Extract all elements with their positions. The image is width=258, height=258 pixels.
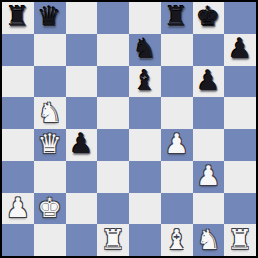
square-g7[interactable]	[193, 34, 225, 66]
square-c5[interactable]	[66, 97, 98, 129]
white-knight[interactable]: ♞	[196, 226, 220, 253]
square-a3[interactable]	[2, 161, 34, 193]
square-f1[interactable]: ♝	[161, 224, 193, 256]
square-h2[interactable]	[224, 193, 256, 225]
square-f2[interactable]	[161, 193, 193, 225]
square-f5[interactable]	[161, 97, 193, 129]
square-g8[interactable]: ♚	[193, 2, 225, 34]
square-a8[interactable]: ♜	[2, 2, 34, 34]
white-pawn[interactable]: ♟	[6, 194, 30, 221]
square-b2[interactable]: ♚	[34, 193, 66, 225]
square-e5[interactable]	[129, 97, 161, 129]
square-a7[interactable]	[2, 34, 34, 66]
white-rook[interactable]: ♜	[228, 226, 252, 253]
square-c6[interactable]	[66, 66, 98, 98]
square-d5[interactable]	[97, 97, 129, 129]
black-knight[interactable]: ♞	[133, 35, 157, 62]
square-c8[interactable]	[66, 2, 98, 34]
square-h6[interactable]	[224, 66, 256, 98]
black-rook[interactable]: ♜	[6, 3, 30, 30]
white-bishop[interactable]: ♝	[165, 226, 189, 253]
white-knight[interactable]: ♞	[38, 99, 62, 126]
square-h3[interactable]	[224, 161, 256, 193]
square-a1[interactable]	[2, 224, 34, 256]
white-king[interactable]: ♚	[38, 194, 62, 221]
black-pawn[interactable]: ♟	[228, 35, 252, 62]
square-e4[interactable]	[129, 129, 161, 161]
square-d4[interactable]	[97, 129, 129, 161]
square-d2[interactable]	[97, 193, 129, 225]
square-f4[interactable]: ♟	[161, 129, 193, 161]
black-pawn[interactable]: ♟	[69, 130, 93, 157]
square-h5[interactable]	[224, 97, 256, 129]
white-pawn[interactable]: ♟	[165, 130, 189, 157]
black-king[interactable]: ♚	[196, 3, 220, 30]
square-a5[interactable]	[2, 97, 34, 129]
square-h4[interactable]	[224, 129, 256, 161]
square-b4[interactable]: ♛	[34, 129, 66, 161]
square-h1[interactable]: ♜	[224, 224, 256, 256]
square-e3[interactable]	[129, 161, 161, 193]
square-e1[interactable]	[129, 224, 161, 256]
black-queen[interactable]: ♛	[38, 3, 62, 30]
square-a6[interactable]	[2, 66, 34, 98]
square-c2[interactable]	[66, 193, 98, 225]
square-f3[interactable]	[161, 161, 193, 193]
square-c3[interactable]	[66, 161, 98, 193]
square-e7[interactable]: ♞	[129, 34, 161, 66]
square-b5[interactable]: ♞	[34, 97, 66, 129]
square-g2[interactable]	[193, 193, 225, 225]
square-e8[interactable]	[129, 2, 161, 34]
square-g1[interactable]: ♞	[193, 224, 225, 256]
square-c7[interactable]	[66, 34, 98, 66]
square-b7[interactable]	[34, 34, 66, 66]
white-rook[interactable]: ♜	[101, 226, 125, 253]
square-g4[interactable]	[193, 129, 225, 161]
square-c4[interactable]: ♟	[66, 129, 98, 161]
square-g5[interactable]	[193, 97, 225, 129]
square-c1[interactable]	[66, 224, 98, 256]
square-f7[interactable]	[161, 34, 193, 66]
square-b1[interactable]	[34, 224, 66, 256]
square-f8[interactable]: ♜	[161, 2, 193, 34]
square-h8[interactable]	[224, 2, 256, 34]
square-d3[interactable]	[97, 161, 129, 193]
square-d7[interactable]	[97, 34, 129, 66]
white-pawn[interactable]: ♟	[196, 162, 220, 189]
black-pawn[interactable]: ♟	[196, 67, 220, 94]
square-d8[interactable]	[97, 2, 129, 34]
square-h7[interactable]: ♟	[224, 34, 256, 66]
square-f6[interactable]	[161, 66, 193, 98]
square-g6[interactable]: ♟	[193, 66, 225, 98]
square-d1[interactable]: ♜	[97, 224, 129, 256]
square-b6[interactable]	[34, 66, 66, 98]
black-rook[interactable]: ♜	[165, 3, 189, 30]
square-e2[interactable]	[129, 193, 161, 225]
square-a2[interactable]: ♟	[2, 193, 34, 225]
square-e6[interactable]: ♝	[129, 66, 161, 98]
chess-board-frame: ♜♛♜♚♞♟♝♟♞♛♟♟♟♟♚♜♝♞♜	[0, 0, 258, 258]
chess-board: ♜♛♜♚♞♟♝♟♞♛♟♟♟♟♚♜♝♞♜	[2, 2, 256, 256]
square-a4[interactable]	[2, 129, 34, 161]
square-b3[interactable]	[34, 161, 66, 193]
square-d6[interactable]	[97, 66, 129, 98]
square-g3[interactable]: ♟	[193, 161, 225, 193]
white-queen[interactable]: ♛	[38, 130, 62, 157]
black-bishop[interactable]: ♝	[133, 67, 157, 94]
square-b8[interactable]: ♛	[34, 2, 66, 34]
